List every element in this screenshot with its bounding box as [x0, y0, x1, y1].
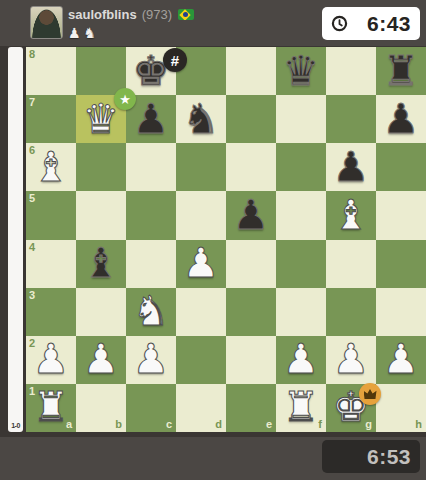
square-e6[interactable]	[226, 143, 276, 191]
square-g6[interactable]: ♟	[326, 143, 376, 191]
square-c4[interactable]	[126, 240, 176, 288]
clock-bottom: 6:53	[322, 440, 420, 473]
square-f3[interactable]	[276, 288, 326, 336]
piece-wB-g5[interactable]: ♝	[326, 191, 376, 239]
square-g7[interactable]	[326, 95, 376, 143]
square-h8[interactable]: ♜	[376, 47, 426, 95]
square-h6[interactable]	[376, 143, 426, 191]
winner-crown-badge-g1	[359, 383, 381, 405]
checkmate-badge-badge-c8: #	[163, 48, 187, 72]
square-f4[interactable]	[276, 240, 326, 288]
brazil-flag-icon	[178, 9, 194, 20]
clock-top: 6:43	[322, 7, 420, 40]
piece-wP-g2[interactable]: ♟	[326, 336, 376, 384]
piece-wR-a1[interactable]: ♜	[26, 384, 76, 432]
square-b6[interactable]	[76, 143, 126, 191]
square-a4[interactable]	[26, 240, 76, 288]
avatar-top-player[interactable]	[30, 6, 63, 39]
piece-bP-h7[interactable]: ♟	[376, 95, 426, 143]
piece-bB-b4[interactable]: ♝	[76, 240, 126, 288]
square-d3[interactable]	[176, 288, 226, 336]
square-d6[interactable]	[176, 143, 226, 191]
square-f8[interactable]: ♛	[276, 47, 326, 95]
clock-time-top: 6:43	[367, 12, 411, 36]
piece-bQ-f8[interactable]: ♛	[276, 47, 326, 95]
square-b4[interactable]: ♝	[76, 240, 126, 288]
piece-wP-a2[interactable]: ♟	[26, 336, 76, 384]
square-e1[interactable]	[226, 384, 276, 432]
square-c5[interactable]	[126, 191, 176, 239]
square-b2[interactable]: ♟	[76, 336, 126, 384]
evaluation-bar: 1-0	[8, 47, 23, 432]
piece-wB-a6[interactable]: ♝	[26, 143, 76, 191]
captured-pieces-top: ♟♞	[68, 24, 194, 41]
square-c1[interactable]	[126, 384, 176, 432]
piece-wP-b2[interactable]: ♟	[76, 336, 126, 384]
square-h2[interactable]: ♟	[376, 336, 426, 384]
square-c6[interactable]	[126, 143, 176, 191]
piece-bP-e5[interactable]: ♟	[226, 191, 276, 239]
piece-bP-g6[interactable]: ♟	[326, 143, 376, 191]
piece-wP-d4[interactable]: ♟	[176, 240, 226, 288]
square-f7[interactable]	[276, 95, 326, 143]
best-move-star-badge-b7: ★	[114, 88, 136, 110]
square-g5[interactable]: ♝	[326, 191, 376, 239]
square-h5[interactable]	[376, 191, 426, 239]
piece-wP-h2[interactable]: ♟	[376, 336, 426, 384]
square-a1[interactable]: ♜	[26, 384, 76, 432]
captured-wp-icon: ♟	[68, 26, 81, 40]
square-h3[interactable]	[376, 288, 426, 336]
piece-bR-h8[interactable]: ♜	[376, 47, 426, 95]
square-d2[interactable]	[176, 336, 226, 384]
square-g8[interactable]	[326, 47, 376, 95]
piece-wP-f2[interactable]: ♟	[276, 336, 326, 384]
top-player-rating: (973)	[142, 7, 172, 22]
piece-bN-d7[interactable]: ♞	[176, 95, 226, 143]
square-g3[interactable]	[326, 288, 376, 336]
square-d7[interactable]: ♞	[176, 95, 226, 143]
square-b3[interactable]	[76, 288, 126, 336]
square-c2[interactable]: ♟	[126, 336, 176, 384]
square-e4[interactable]	[226, 240, 276, 288]
square-a8[interactable]	[26, 47, 76, 95]
square-g4[interactable]	[326, 240, 376, 288]
square-e3[interactable]	[226, 288, 276, 336]
clock-icon	[331, 15, 348, 32]
square-f6[interactable]	[276, 143, 326, 191]
square-e2[interactable]	[226, 336, 276, 384]
square-b5[interactable]	[76, 191, 126, 239]
square-a5[interactable]	[26, 191, 76, 239]
captured-wn-icon: ♞	[84, 26, 97, 40]
square-g2[interactable]: ♟	[326, 336, 376, 384]
square-a2[interactable]: ♟	[26, 336, 76, 384]
square-f5[interactable]	[276, 191, 326, 239]
square-e7[interactable]	[226, 95, 276, 143]
clock-time-bottom: 6:53	[367, 445, 411, 469]
chess-board[interactable]: ♚♛♜♛♟♞♟♝♟♟♝♝♟♞♟♟♟♟♟♟♜♜♚87654321abcdefgh★…	[26, 47, 426, 432]
crown-icon	[364, 389, 377, 399]
eval-result-label: 1-0	[11, 422, 20, 432]
piece-wR-f1[interactable]: ♜	[276, 384, 326, 432]
square-a3[interactable]	[26, 288, 76, 336]
square-b8[interactable]	[76, 47, 126, 95]
square-a6[interactable]: ♝	[26, 143, 76, 191]
square-d5[interactable]	[176, 191, 226, 239]
square-d4[interactable]: ♟	[176, 240, 226, 288]
piece-wP-c2[interactable]: ♟	[126, 336, 176, 384]
square-f2[interactable]: ♟	[276, 336, 326, 384]
square-e8[interactable]	[226, 47, 276, 95]
top-player-name[interactable]: saulofblins	[68, 7, 137, 22]
square-d1[interactable]	[176, 384, 226, 432]
square-h7[interactable]: ♟	[376, 95, 426, 143]
square-a7[interactable]	[26, 95, 76, 143]
square-e5[interactable]: ♟	[226, 191, 276, 239]
square-c3[interactable]: ♞	[126, 288, 176, 336]
top-player-info: saulofblins (973) ♟♞	[68, 7, 194, 41]
piece-wN-c3[interactable]: ♞	[126, 288, 176, 336]
square-f1[interactable]: ♜	[276, 384, 326, 432]
square-h4[interactable]	[376, 240, 426, 288]
square-b1[interactable]	[76, 384, 126, 432]
square-h1[interactable]	[376, 384, 426, 432]
